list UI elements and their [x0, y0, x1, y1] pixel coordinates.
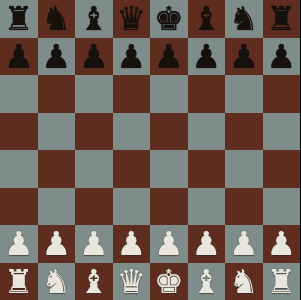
white-pawn-piece: ♟: [191, 225, 221, 263]
square-f1[interactable]: ♝: [188, 263, 226, 300]
square-e1[interactable]: ♚: [150, 263, 188, 300]
black-knight-piece: ♞: [41, 0, 71, 38]
square-e6[interactable]: [150, 75, 188, 113]
white-pawn-piece: ♟: [154, 225, 184, 263]
black-bishop-piece: ♝: [191, 0, 221, 38]
square-h3[interactable]: [263, 188, 301, 226]
black-rook-piece: ♜: [4, 0, 34, 38]
white-bishop-piece: ♝: [79, 263, 109, 300]
square-c6[interactable]: [75, 75, 113, 113]
square-e3[interactable]: [150, 188, 188, 226]
square-c1[interactable]: ♝: [75, 263, 113, 300]
white-bishop-piece: ♝: [191, 263, 221, 300]
square-d7[interactable]: ♟: [113, 38, 151, 76]
square-e2[interactable]: ♟: [150, 225, 188, 263]
black-pawn-piece: ♟: [154, 38, 184, 76]
black-pawn-piece: ♟: [4, 38, 34, 76]
square-a6[interactable]: [0, 75, 38, 113]
black-queen-piece: ♛: [116, 0, 146, 38]
square-h2[interactable]: ♟: [263, 225, 301, 263]
square-h4[interactable]: [263, 150, 301, 188]
white-pawn-piece: ♟: [116, 225, 146, 263]
square-c8[interactable]: ♝: [75, 0, 113, 38]
square-a7[interactable]: ♟: [0, 38, 38, 76]
square-d2[interactable]: ♟: [113, 225, 151, 263]
white-rook-piece: ♜: [4, 263, 34, 300]
square-b3[interactable]: [38, 188, 76, 226]
square-c5[interactable]: [75, 113, 113, 151]
square-c3[interactable]: [75, 188, 113, 226]
white-pawn-piece: ♟: [4, 225, 34, 263]
square-a4[interactable]: [0, 150, 38, 188]
square-d3[interactable]: [113, 188, 151, 226]
square-g7[interactable]: ♟: [225, 38, 263, 76]
square-e8[interactable]: ♚: [150, 0, 188, 38]
square-g2[interactable]: ♟: [225, 225, 263, 263]
square-h7[interactable]: ♟: [263, 38, 301, 76]
square-f2[interactable]: ♟: [188, 225, 226, 263]
square-g4[interactable]: [225, 150, 263, 188]
square-g3[interactable]: [225, 188, 263, 226]
square-b7[interactable]: ♟: [38, 38, 76, 76]
black-pawn-piece: ♟: [229, 38, 259, 76]
square-g1[interactable]: ♞: [225, 263, 263, 300]
square-g5[interactable]: [225, 113, 263, 151]
chess-board: ♜♞♝♛♚♝♞♜♟♟♟♟♟♟♟♟♟♟♟♟♟♟♟♟♜♞♝♛♚♝♞♜: [0, 0, 300, 300]
square-d6[interactable]: [113, 75, 151, 113]
square-d8[interactable]: ♛: [113, 0, 151, 38]
white-pawn-piece: ♟: [229, 225, 259, 263]
black-pawn-piece: ♟: [41, 38, 71, 76]
black-pawn-piece: ♟: [79, 38, 109, 76]
black-rook-piece: ♜: [266, 0, 296, 38]
square-b6[interactable]: [38, 75, 76, 113]
square-f8[interactable]: ♝: [188, 0, 226, 38]
square-c4[interactable]: [75, 150, 113, 188]
square-b1[interactable]: ♞: [38, 263, 76, 300]
square-h1[interactable]: ♜: [263, 263, 301, 300]
square-a8[interactable]: ♜: [0, 0, 38, 38]
white-knight-piece: ♞: [41, 263, 71, 300]
square-g6[interactable]: [225, 75, 263, 113]
square-c2[interactable]: ♟: [75, 225, 113, 263]
square-a5[interactable]: [0, 113, 38, 151]
square-f6[interactable]: [188, 75, 226, 113]
square-e5[interactable]: [150, 113, 188, 151]
square-a1[interactable]: ♜: [0, 263, 38, 300]
black-king-piece: ♚: [154, 0, 184, 38]
square-f4[interactable]: [188, 150, 226, 188]
black-pawn-piece: ♟: [191, 38, 221, 76]
square-d4[interactable]: [113, 150, 151, 188]
square-f7[interactable]: ♟: [188, 38, 226, 76]
black-pawn-piece: ♟: [266, 38, 296, 76]
square-b4[interactable]: [38, 150, 76, 188]
black-knight-piece: ♞: [229, 0, 259, 38]
square-g8[interactable]: ♞: [225, 0, 263, 38]
square-d1[interactable]: ♛: [113, 263, 151, 300]
square-h6[interactable]: [263, 75, 301, 113]
square-f3[interactable]: [188, 188, 226, 226]
square-b8[interactable]: ♞: [38, 0, 76, 38]
square-b5[interactable]: [38, 113, 76, 151]
white-pawn-piece: ♟: [41, 225, 71, 263]
black-pawn-piece: ♟: [116, 38, 146, 76]
white-pawn-piece: ♟: [266, 225, 296, 263]
square-b2[interactable]: ♟: [38, 225, 76, 263]
square-c7[interactable]: ♟: [75, 38, 113, 76]
square-d5[interactable]: [113, 113, 151, 151]
square-f5[interactable]: [188, 113, 226, 151]
square-e4[interactable]: [150, 150, 188, 188]
white-rook-piece: ♜: [266, 263, 296, 300]
square-a3[interactable]: [0, 188, 38, 226]
black-bishop-piece: ♝: [79, 0, 109, 38]
white-queen-piece: ♛: [116, 263, 146, 300]
white-knight-piece: ♞: [229, 263, 259, 300]
square-e7[interactable]: ♟: [150, 38, 188, 76]
square-a2[interactable]: ♟: [0, 225, 38, 263]
square-h5[interactable]: [263, 113, 301, 151]
white-king-piece: ♚: [154, 263, 184, 300]
square-h8[interactable]: ♜: [263, 0, 301, 38]
white-pawn-piece: ♟: [79, 225, 109, 263]
